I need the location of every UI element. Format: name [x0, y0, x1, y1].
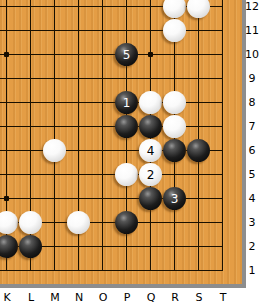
col-label-O: O — [93, 290, 113, 305]
intersection-N9[interactable] — [67, 67, 91, 91]
intersection-T7[interactable] — [211, 115, 235, 139]
intersection-M2[interactable] — [43, 235, 67, 259]
row-label-1: 1 — [244, 265, 260, 277]
stone-white-Q6: 4 — [139, 139, 162, 162]
intersection-O7[interactable] — [91, 115, 115, 139]
stone-black-S6 — [187, 139, 210, 162]
move-number-P10: 5 — [123, 49, 131, 61]
intersection-N8[interactable] — [67, 91, 91, 115]
row-label-2: 2 — [244, 241, 260, 253]
stone-white-Q8 — [139, 91, 162, 114]
intersection-N6[interactable] — [67, 139, 91, 163]
intersection-Q5[interactable]: 2 — [139, 163, 163, 187]
intersection-T11[interactable] — [211, 19, 235, 43]
intersection-S3[interactable] — [187, 211, 211, 235]
intersection-S12[interactable] — [187, 0, 211, 19]
intersection-M11[interactable] — [43, 19, 67, 43]
intersection-S4[interactable] — [187, 187, 211, 211]
intersection-O5[interactable] — [91, 163, 115, 187]
move-number-Q6: 4 — [147, 145, 155, 157]
intersection-L7[interactable] — [19, 115, 43, 139]
intersection-L12[interactable] — [19, 0, 43, 19]
intersection-T4[interactable] — [211, 187, 235, 211]
intersection-L4[interactable] — [19, 187, 43, 211]
intersection-N5[interactable] — [67, 163, 91, 187]
row-label-11: 11 — [244, 25, 260, 37]
intersection-N1[interactable] — [67, 259, 91, 283]
stone-white-R7 — [163, 115, 186, 138]
intersection-Q11[interactable] — [139, 19, 163, 43]
intersection-P3[interactable] — [115, 211, 139, 235]
star-point-K10 — [4, 52, 9, 57]
intersection-T2[interactable] — [211, 235, 235, 259]
intersection-O6[interactable] — [91, 139, 115, 163]
intersection-L6[interactable] — [19, 139, 43, 163]
intersection-T12[interactable] — [211, 0, 235, 19]
intersection-R10[interactable] — [163, 43, 187, 67]
stone-white-N3 — [67, 211, 90, 234]
row-label-10: 10 — [244, 49, 260, 61]
intersection-S10[interactable] — [187, 43, 211, 67]
intersection-O12[interactable] — [91, 0, 115, 19]
move-number-P8: 1 — [123, 97, 131, 109]
intersection-R5[interactable] — [163, 163, 187, 187]
intersection-Q10[interactable] — [139, 43, 163, 67]
intersection-K5[interactable] — [0, 163, 19, 187]
intersection-M10[interactable] — [43, 43, 67, 67]
intersection-P4[interactable] — [115, 187, 139, 211]
intersection-K8[interactable] — [0, 91, 19, 115]
stone-white-K3 — [0, 211, 18, 234]
intersection-T6[interactable] — [211, 139, 235, 163]
intersection-T9[interactable] — [211, 67, 235, 91]
intersection-N10[interactable] — [67, 43, 91, 67]
intersection-O4[interactable] — [91, 187, 115, 211]
move-number-Q5: 2 — [147, 169, 155, 181]
row-label-6: 6 — [244, 145, 260, 157]
intersection-K7[interactable] — [0, 115, 19, 139]
intersection-S7[interactable] — [187, 115, 211, 139]
intersection-O9[interactable] — [91, 67, 115, 91]
intersection-R3[interactable] — [163, 211, 187, 235]
intersection-N3[interactable] — [67, 211, 91, 235]
intersection-T10[interactable] — [211, 43, 235, 67]
go-board: 51423 — [0, 0, 246, 288]
intersection-M7[interactable] — [43, 115, 67, 139]
intersection-M8[interactable] — [43, 91, 67, 115]
stone-white-R8 — [163, 91, 186, 114]
intersection-M12[interactable] — [43, 0, 67, 19]
star-point-K4 — [4, 196, 9, 201]
intersection-N7[interactable] — [67, 115, 91, 139]
intersection-Q4[interactable] — [139, 187, 163, 211]
intersection-R2[interactable] — [163, 235, 187, 259]
row-label-4: 4 — [244, 193, 260, 205]
intersection-P5[interactable] — [115, 163, 139, 187]
col-label-M: M — [45, 290, 65, 305]
intersection-T3[interactable] — [211, 211, 235, 235]
intersection-N11[interactable] — [67, 19, 91, 43]
intersection-R6[interactable] — [163, 139, 187, 163]
board-grid: 51423 — [0, 0, 235, 283]
go-diagram: 51423 KLMNOPQRST 121110987654321 — [0, 0, 260, 308]
intersection-Q12[interactable] — [139, 0, 163, 19]
intersection-T5[interactable] — [211, 163, 235, 187]
stone-black-K2 — [0, 235, 18, 258]
intersection-Q3[interactable] — [139, 211, 163, 235]
stone-black-L2 — [19, 235, 42, 258]
col-label-N: N — [69, 290, 89, 305]
row-label-12: 12 — [244, 1, 260, 13]
intersection-M6[interactable] — [43, 139, 67, 163]
intersection-M9[interactable] — [43, 67, 67, 91]
intersection-R7[interactable] — [163, 115, 187, 139]
intersection-P12[interactable] — [115, 0, 139, 19]
intersection-K3[interactable] — [0, 211, 19, 235]
intersection-P7[interactable] — [115, 115, 139, 139]
col-label-S: S — [189, 290, 209, 305]
stone-white-R12 — [163, 0, 186, 18]
intersection-P6[interactable] — [115, 139, 139, 163]
intersection-K9[interactable] — [0, 67, 19, 91]
intersection-M1[interactable] — [43, 259, 67, 283]
stone-white-R11 — [163, 19, 186, 42]
stone-black-R6 — [163, 139, 186, 162]
intersection-O1[interactable] — [91, 259, 115, 283]
row-label-8: 8 — [244, 97, 260, 109]
stone-white-L3 — [19, 211, 42, 234]
intersection-T1[interactable] — [211, 259, 235, 283]
intersection-T8[interactable] — [211, 91, 235, 115]
star-point-Q10 — [148, 52, 153, 57]
stone-black-P8: 1 — [115, 91, 138, 114]
intersection-P2[interactable] — [115, 235, 139, 259]
intersection-O3[interactable] — [91, 211, 115, 235]
stone-black-P10: 5 — [115, 43, 138, 66]
col-label-P: P — [117, 290, 137, 305]
intersection-R4[interactable]: 3 — [163, 187, 187, 211]
intersection-R1[interactable] — [163, 259, 187, 283]
intersection-R12[interactable] — [163, 0, 187, 19]
intersection-R8[interactable] — [163, 91, 187, 115]
intersection-K11[interactable] — [0, 19, 19, 43]
col-label-Q: Q — [141, 290, 161, 305]
intersection-L3[interactable] — [19, 211, 43, 235]
stone-white-M6 — [43, 139, 66, 162]
intersection-P11[interactable] — [115, 19, 139, 43]
intersection-K12[interactable] — [0, 0, 19, 19]
stone-white-S12 — [187, 0, 210, 18]
row-label-9: 9 — [244, 73, 260, 85]
col-label-L: L — [21, 290, 41, 305]
intersection-N4[interactable] — [67, 187, 91, 211]
intersection-Q7[interactable] — [139, 115, 163, 139]
intersection-P8[interactable]: 1 — [115, 91, 139, 115]
intersection-L8[interactable] — [19, 91, 43, 115]
intersection-O8[interactable] — [91, 91, 115, 115]
intersection-Q6[interactable]: 4 — [139, 139, 163, 163]
intersection-K6[interactable] — [0, 139, 19, 163]
intersection-K10[interactable] — [0, 43, 19, 67]
intersection-M3[interactable] — [43, 211, 67, 235]
intersection-R9[interactable] — [163, 67, 187, 91]
intersection-Q9[interactable] — [139, 67, 163, 91]
col-label-T: T — [213, 290, 233, 305]
stone-black-Q7 — [139, 115, 162, 138]
stone-black-P7 — [115, 115, 138, 138]
intersection-Q2[interactable] — [139, 235, 163, 259]
intersection-L9[interactable] — [19, 67, 43, 91]
col-label-K: K — [0, 290, 17, 305]
stone-white-P5 — [115, 163, 138, 186]
intersection-K2[interactable] — [0, 235, 19, 259]
intersection-S5[interactable] — [187, 163, 211, 187]
intersection-R11[interactable] — [163, 19, 187, 43]
row-label-7: 7 — [244, 121, 260, 133]
stone-black-P3 — [115, 211, 138, 234]
stone-white-Q5: 2 — [139, 163, 162, 186]
intersection-L5[interactable] — [19, 163, 43, 187]
intersection-O2[interactable] — [91, 235, 115, 259]
intersection-S9[interactable] — [187, 67, 211, 91]
row-label-3: 3 — [244, 217, 260, 229]
intersection-N2[interactable] — [67, 235, 91, 259]
intersection-P10[interactable]: 5 — [115, 43, 139, 67]
intersection-O11[interactable] — [91, 19, 115, 43]
intersection-M4[interactable] — [43, 187, 67, 211]
intersection-N12[interactable] — [67, 0, 91, 19]
intersection-L10[interactable] — [19, 43, 43, 67]
intersection-O10[interactable] — [91, 43, 115, 67]
intersection-K1[interactable] — [0, 259, 19, 283]
intersection-S1[interactable] — [187, 259, 211, 283]
intersection-S6[interactable] — [187, 139, 211, 163]
move-number-R4: 3 — [171, 193, 179, 205]
intersection-Q8[interactable] — [139, 91, 163, 115]
intersection-S2[interactable] — [187, 235, 211, 259]
intersection-P1[interactable] — [115, 259, 139, 283]
intersection-L2[interactable] — [19, 235, 43, 259]
intersection-M5[interactable] — [43, 163, 67, 187]
row-label-5: 5 — [244, 169, 260, 181]
stone-black-Q4 — [139, 187, 162, 210]
intersection-Q1[interactable] — [139, 259, 163, 283]
col-label-R: R — [165, 290, 185, 305]
intersection-S11[interactable] — [187, 19, 211, 43]
intersection-S8[interactable] — [187, 91, 211, 115]
stone-black-R4: 3 — [163, 187, 186, 210]
intersection-K4[interactable] — [0, 187, 19, 211]
intersection-L1[interactable] — [19, 259, 43, 283]
intersection-P9[interactable] — [115, 67, 139, 91]
intersection-L11[interactable] — [19, 19, 43, 43]
